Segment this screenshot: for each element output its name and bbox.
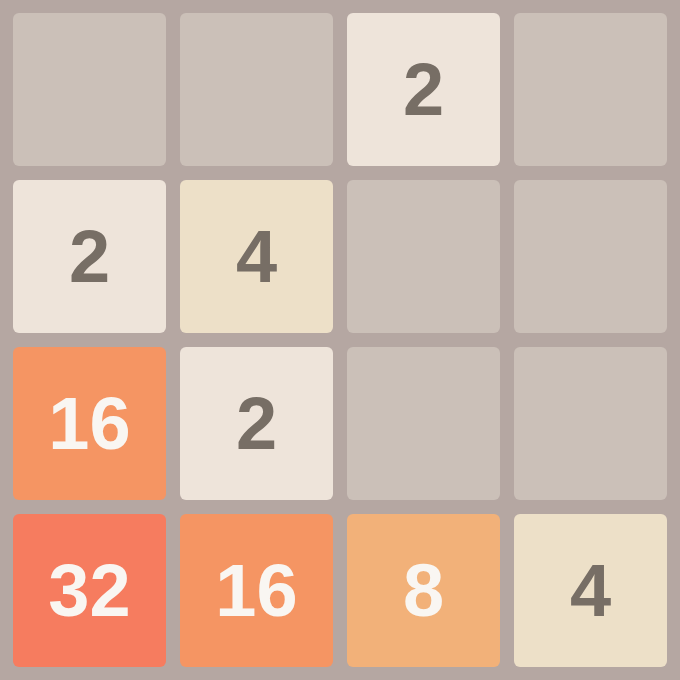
empty-cell-r2c4 xyxy=(514,180,667,333)
empty-cell-r3c4 xyxy=(514,347,667,500)
tile-4-r2c2: 4 xyxy=(180,180,333,333)
empty-cell-r1c4 xyxy=(514,13,667,166)
empty-cell-r1c1 xyxy=(13,13,166,166)
tile-16-r3c1: 16 xyxy=(13,347,166,500)
tile-4-r4c4: 4 xyxy=(514,514,667,667)
empty-cell-r1c2 xyxy=(180,13,333,166)
tile-16-r4c2: 16 xyxy=(180,514,333,667)
tile-32-r4c1: 32 xyxy=(13,514,166,667)
tile-2-r2c1: 2 xyxy=(13,180,166,333)
tile-2-r1c3: 2 xyxy=(347,13,500,166)
tile-8-r4c3: 8 xyxy=(347,514,500,667)
empty-cell-r3c3 xyxy=(347,347,500,500)
empty-cell-r2c3 xyxy=(347,180,500,333)
tile-2-r3c2: 2 xyxy=(180,347,333,500)
game-board-2048[interactable]: 224162321684 xyxy=(0,0,680,680)
